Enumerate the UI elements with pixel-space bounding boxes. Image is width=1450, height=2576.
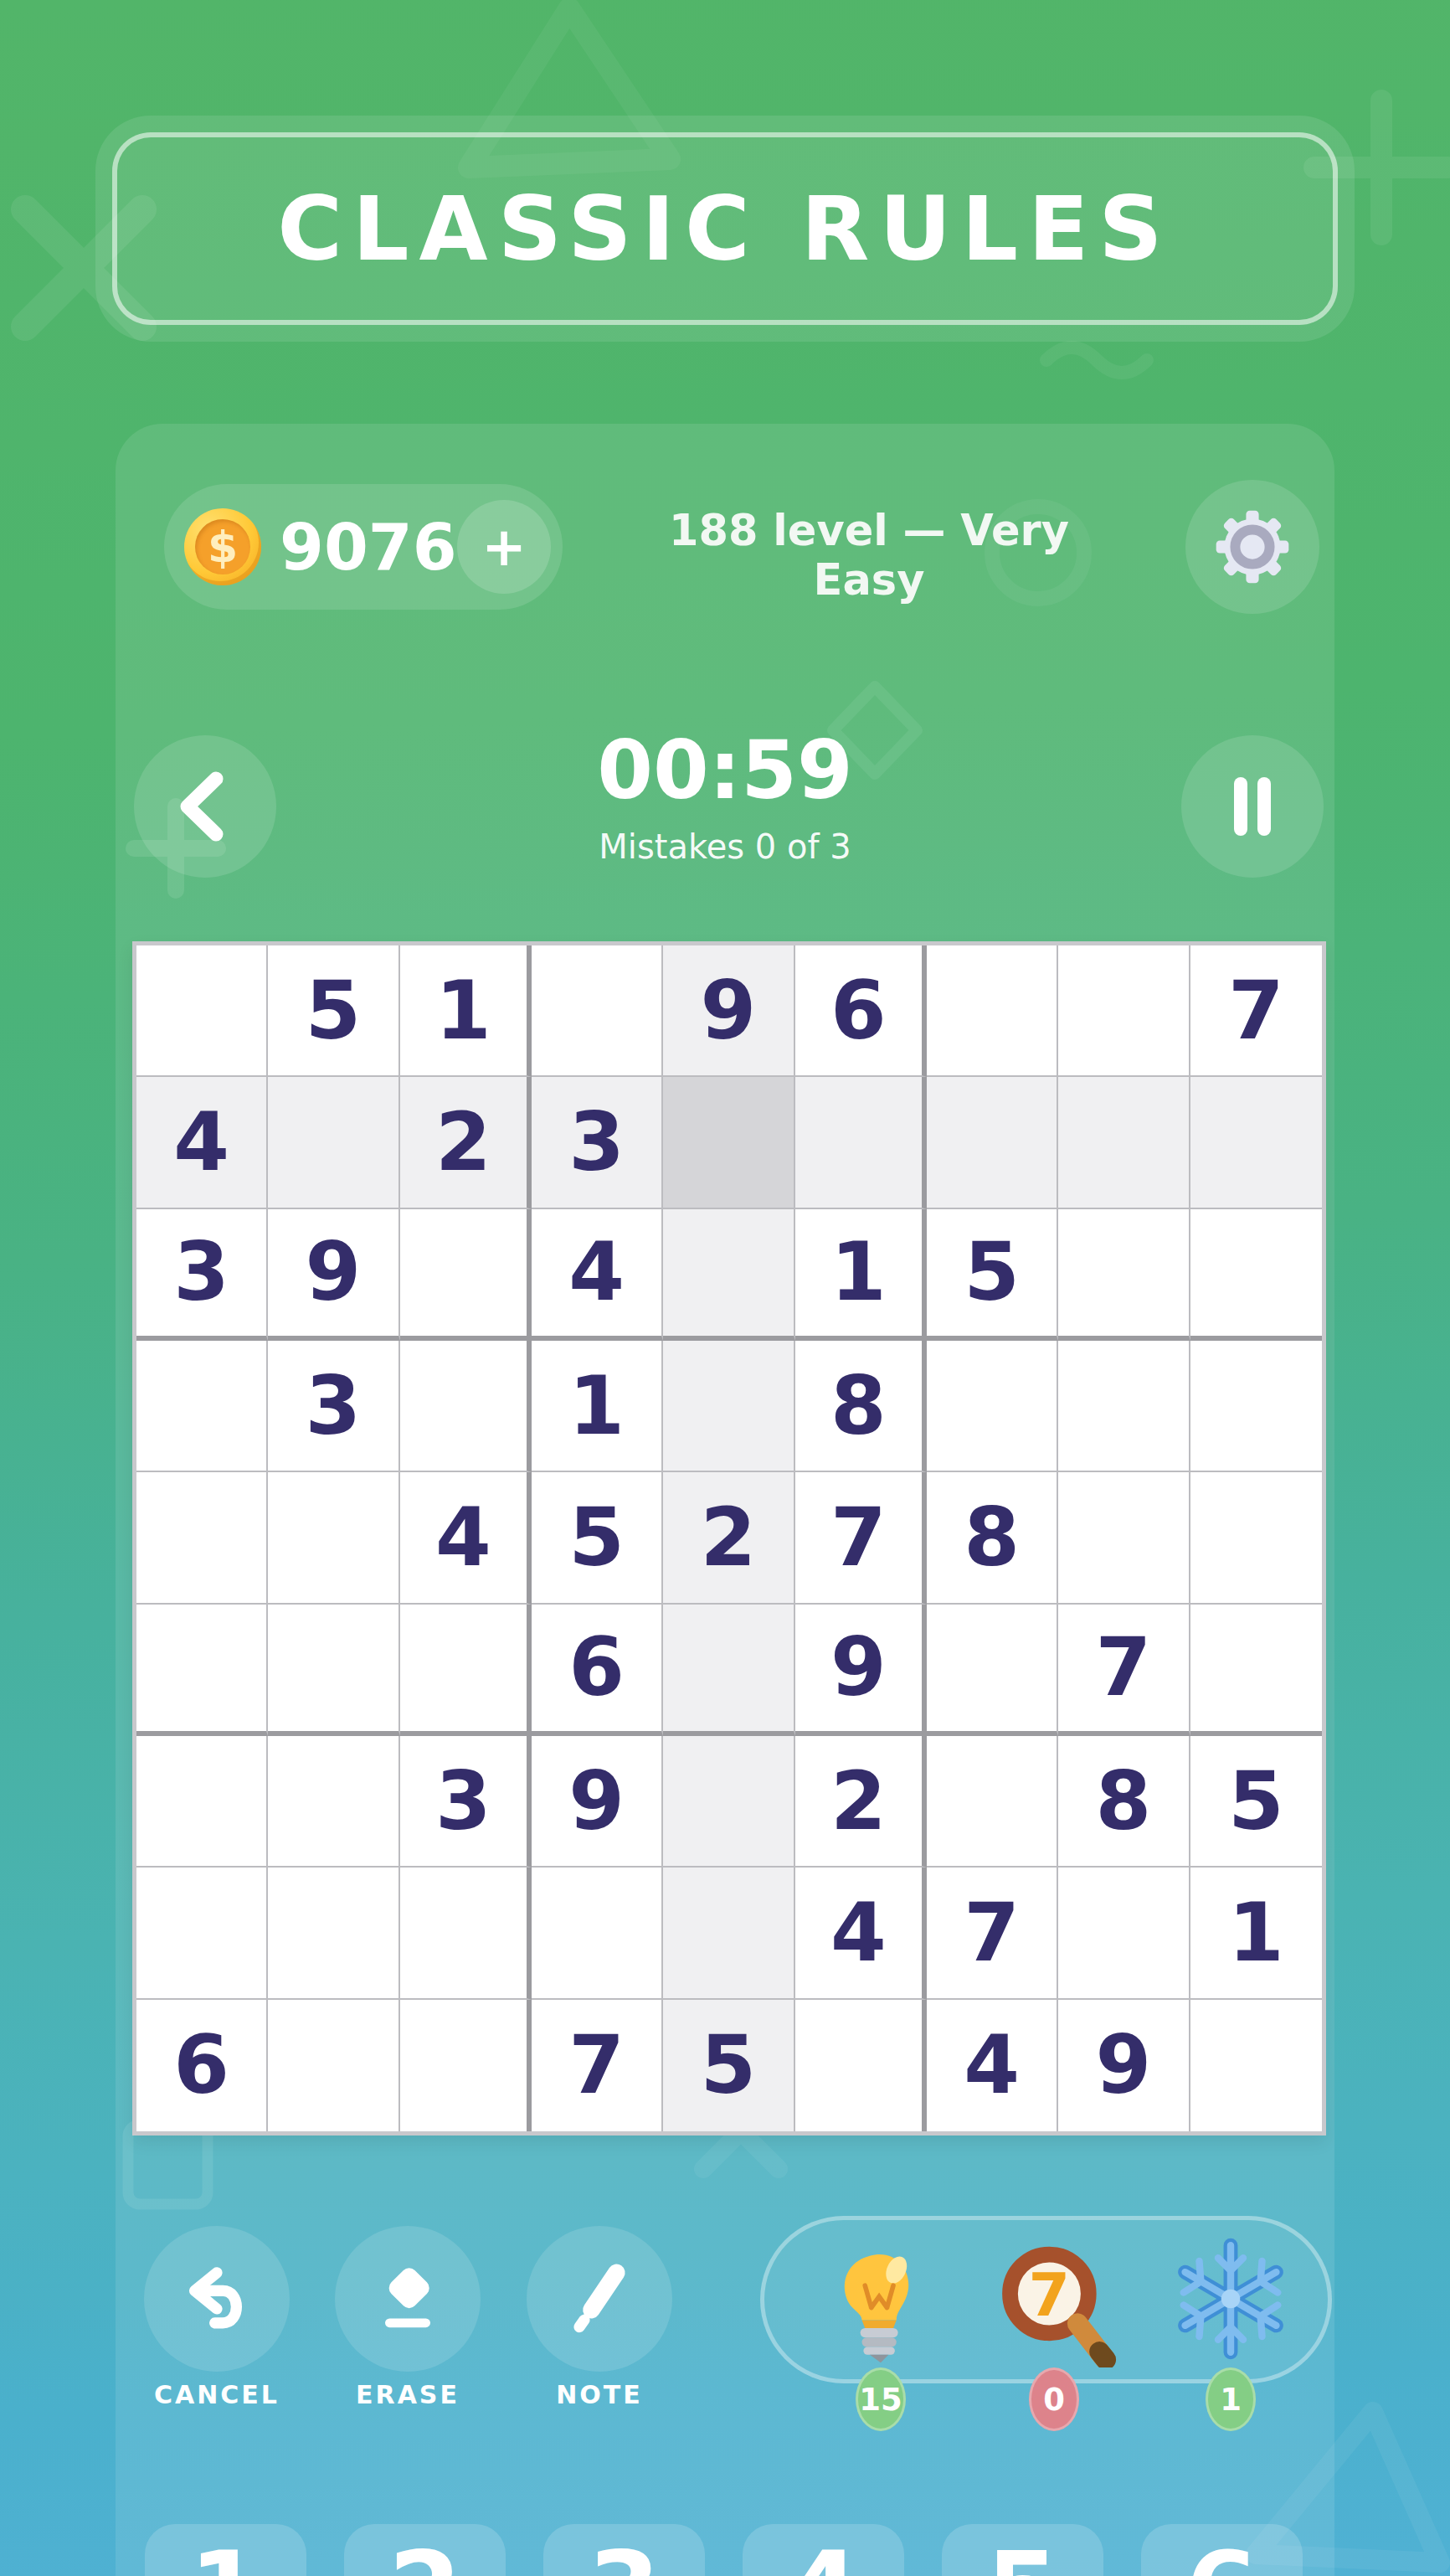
cell-r9c4[interactable]: 7	[532, 2000, 663, 2131]
cell-r3c5[interactable]	[663, 1209, 794, 1341]
cell-r6c7[interactable]	[927, 1605, 1058, 1736]
cell-r8c4[interactable]	[532, 1868, 663, 1999]
cell-r6c9[interactable]	[1190, 1605, 1322, 1736]
cell-r8c8[interactable]	[1058, 1868, 1190, 1999]
cell-r1c3[interactable]: 1	[400, 945, 532, 1077]
cell-r9c1[interactable]: 6	[136, 2000, 268, 2131]
cell-r3c1[interactable]: 3	[136, 1209, 268, 1341]
timer-block: 00:59 Mistakes 0 of 3	[474, 727, 976, 866]
cell-r9c8[interactable]: 9	[1058, 2000, 1190, 2131]
cell-r9c7[interactable]: 4	[927, 2000, 1058, 2131]
cell-r9c5[interactable]: 5	[663, 2000, 794, 2131]
cell-r9c6[interactable]	[795, 2000, 927, 2131]
cell-r4c8[interactable]	[1058, 1341, 1190, 1472]
cell-r7c4[interactable]: 9	[532, 1736, 663, 1868]
cell-r2c1[interactable]: 4	[136, 1077, 268, 1208]
cell-r2c6[interactable]	[795, 1077, 927, 1208]
cell-r8c7[interactable]: 7	[927, 1868, 1058, 1999]
cell-r5c1[interactable]	[136, 1472, 268, 1604]
board-frame: 5196742339415318452786973928547167549	[132, 941, 1326, 2136]
level-label: 188 level — Very Easy	[651, 506, 1087, 605]
cell-r3c7[interactable]: 5	[927, 1209, 1058, 1341]
cell-r7c9[interactable]: 5	[1190, 1736, 1322, 1868]
title-banner: CLASSIC RULES	[112, 132, 1338, 325]
pause-button[interactable]	[1181, 735, 1324, 878]
cell-r3c9[interactable]	[1190, 1209, 1322, 1341]
cell-r4c1[interactable]	[136, 1341, 268, 1472]
erase-button[interactable]	[335, 2226, 481, 2372]
cancel-label: CANCEL	[133, 2380, 301, 2409]
cell-r2c9[interactable]	[1190, 1077, 1322, 1208]
cell-r9c9[interactable]	[1190, 2000, 1322, 2131]
cell-r6c8[interactable]: 7	[1058, 1605, 1190, 1736]
cell-r1c9[interactable]: 7	[1190, 945, 1322, 1077]
gear-icon	[1209, 503, 1296, 590]
cell-r6c5[interactable]	[663, 1605, 794, 1736]
dollar-glyph: $	[184, 508, 261, 585]
cell-r7c1[interactable]	[136, 1736, 268, 1868]
hint-bulb-button[interactable]	[818, 2239, 944, 2364]
cell-r1c8[interactable]	[1058, 945, 1190, 1077]
plus-glyph: +	[481, 516, 527, 578]
lightbulb-icon	[818, 2239, 944, 2364]
cell-r6c1[interactable]	[136, 1605, 268, 1736]
snowflake-icon	[1168, 2236, 1293, 2362]
cell-r2c7[interactable]	[927, 1077, 1058, 1208]
cell-r4c2[interactable]: 3	[268, 1341, 399, 1472]
page-title: CLASSIC RULES	[277, 178, 1172, 281]
cell-r8c3[interactable]	[400, 1868, 532, 1999]
timer-value: 00:59	[474, 727, 976, 816]
cell-r5c3[interactable]: 4	[400, 1472, 532, 1604]
note-button[interactable]	[527, 2226, 672, 2372]
cell-r9c2[interactable]	[268, 2000, 399, 2131]
numpad-6[interactable]: 6	[1141, 2524, 1303, 2576]
cell-r3c3[interactable]	[400, 1209, 532, 1341]
note-label: NOTE	[516, 2380, 683, 2409]
cell-r5c7[interactable]: 8	[927, 1472, 1058, 1604]
pause-icon	[1181, 735, 1324, 878]
cell-r5c6[interactable]: 7	[795, 1472, 927, 1604]
settings-button[interactable]	[1185, 480, 1319, 614]
cell-r8c6[interactable]: 4	[795, 1868, 927, 1999]
cell-r3c6[interactable]: 1	[795, 1209, 927, 1341]
numpad-2[interactable]: 2	[344, 2524, 506, 2576]
pencil-icon	[559, 2259, 640, 2339]
cell-r5c4[interactable]: 5	[532, 1472, 663, 1604]
sudoku-board: 5196742339415318452786973928547167549	[136, 945, 1322, 2131]
mistakes-counter: Mistakes 0 of 3	[474, 827, 976, 866]
cell-r6c2[interactable]	[268, 1605, 399, 1736]
cell-r8c1[interactable]	[136, 1868, 268, 1999]
cell-r7c8[interactable]: 8	[1058, 1736, 1190, 1868]
cell-r8c9[interactable]: 1	[1190, 1868, 1322, 1999]
cell-r4c3[interactable]	[400, 1341, 532, 1472]
cell-r9c3[interactable]	[400, 2000, 532, 2131]
erase-label: ERASE	[324, 2380, 491, 2409]
cell-r3c4[interactable]: 4	[532, 1209, 663, 1341]
cell-r1c6[interactable]: 6	[795, 945, 927, 1077]
back-button[interactable]	[134, 735, 276, 878]
numpad-3[interactable]: 3	[543, 2524, 705, 2576]
cell-r5c2[interactable]	[268, 1472, 399, 1604]
hint-count-badge: 15	[856, 2367, 906, 2431]
freeze-count-badge: 1	[1206, 2367, 1256, 2431]
cell-r1c5[interactable]: 9	[663, 945, 794, 1077]
cell-r1c4[interactable]	[532, 945, 663, 1077]
eraser-icon	[368, 2259, 448, 2339]
cell-r4c6[interactable]: 8	[795, 1341, 927, 1472]
numpad-4[interactable]: 4	[743, 2524, 904, 2576]
cell-r4c9[interactable]	[1190, 1341, 1322, 1472]
coin-balance: 9076	[280, 510, 457, 585]
cell-r7c7[interactable]	[927, 1736, 1058, 1868]
cell-r8c2[interactable]	[268, 1868, 399, 1999]
cell-r1c1[interactable]	[136, 945, 268, 1077]
cell-r3c2[interactable]: 9	[268, 1209, 399, 1341]
find-count-badge: 0	[1029, 2367, 1079, 2431]
cell-r5c5[interactable]: 2	[663, 1472, 794, 1604]
cell-r4c4[interactable]: 1	[532, 1341, 663, 1472]
add-coins-button[interactable]: +	[457, 500, 551, 594]
cell-r7c3[interactable]: 3	[400, 1736, 532, 1868]
cell-r5c9[interactable]	[1190, 1472, 1322, 1604]
cell-r2c4[interactable]: 3	[532, 1077, 663, 1208]
numpad-5[interactable]: 5	[942, 2524, 1103, 2576]
cell-r6c4[interactable]: 6	[532, 1605, 663, 1736]
cell-r7c2[interactable]	[268, 1736, 399, 1868]
sudoku-app-screen: CLASSIC RULES $ 9076 + 188 level — Very …	[0, 0, 1450, 2576]
cell-r4c5[interactable]	[663, 1341, 794, 1472]
cell-r4c7[interactable]	[927, 1341, 1058, 1472]
chevron-left-icon	[134, 735, 276, 878]
coin-icon: $	[184, 508, 261, 585]
cell-r6c6[interactable]: 9	[795, 1605, 927, 1736]
cell-r1c7[interactable]	[927, 945, 1058, 1077]
cell-r2c5[interactable]	[663, 1077, 794, 1208]
cell-r2c2[interactable]	[268, 1077, 399, 1208]
magnifier-icon: 7	[991, 2242, 1117, 2367]
cell-r3c8[interactable]	[1058, 1209, 1190, 1341]
undo-icon	[177, 2259, 257, 2339]
cell-r6c3[interactable]	[400, 1605, 532, 1736]
cell-r1c2[interactable]: 5	[268, 945, 399, 1077]
cancel-button[interactable]	[144, 2226, 290, 2372]
cell-r7c5[interactable]	[663, 1736, 794, 1868]
magnifier-number: 7	[1029, 2260, 1071, 2330]
cell-r8c5[interactable]	[663, 1868, 794, 1999]
game-card: $ 9076 + 188 level — Very Easy	[116, 424, 1334, 2576]
find-number-button[interactable]: 7	[991, 2242, 1117, 2367]
freeze-button[interactable]	[1168, 2236, 1293, 2362]
cell-r2c8[interactable]	[1058, 1077, 1190, 1208]
numpad-1[interactable]: 1	[145, 2524, 306, 2576]
cell-r2c3[interactable]: 2	[400, 1077, 532, 1208]
cell-r7c6[interactable]: 2	[795, 1736, 927, 1868]
cell-r5c8[interactable]	[1058, 1472, 1190, 1604]
coins-pill: $ 9076 +	[164, 484, 563, 610]
